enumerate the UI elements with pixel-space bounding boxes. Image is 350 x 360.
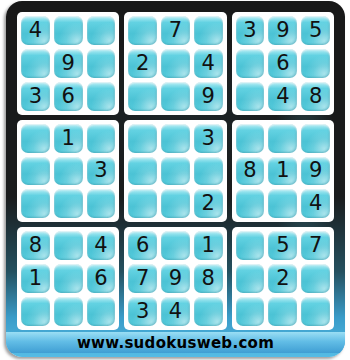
box-r2c1: 6179834 (124, 227, 226, 330)
cell-r6c8[interactable] (268, 189, 297, 218)
cell-r7c3[interactable]: 4 (87, 231, 116, 260)
cell-r4c2[interactable]: 1 (54, 124, 83, 153)
cell-r2c2[interactable]: 9 (54, 49, 83, 78)
site-url-label: www.sudokusweb.com (77, 334, 274, 352)
cell-r8c5[interactable]: 9 (161, 264, 190, 293)
cell-r4c8[interactable] (268, 124, 297, 153)
cell-r4c4[interactable] (128, 124, 157, 153)
cell-r8c1[interactable]: 1 (21, 264, 50, 293)
box-r0c0: 4936 (17, 12, 119, 115)
cell-r8c4[interactable]: 7 (128, 264, 157, 293)
cell-r8c9[interactable] (301, 264, 330, 293)
box-r0c1: 7249 (124, 12, 226, 115)
cell-r7c2[interactable] (54, 231, 83, 260)
cell-r8c3[interactable]: 6 (87, 264, 116, 293)
footer-band: www.sudokusweb.com (6, 332, 345, 353)
cell-r8c7[interactable] (236, 264, 265, 293)
cell-r3c9[interactable]: 8 (301, 82, 330, 111)
cell-r1c5[interactable]: 7 (161, 16, 190, 45)
cell-r6c2[interactable] (54, 189, 83, 218)
cell-r9c1[interactable] (21, 297, 50, 326)
cell-r5c9[interactable]: 9 (301, 157, 330, 186)
cell-r1c2[interactable] (54, 16, 83, 45)
cell-r5c1[interactable] (21, 157, 50, 186)
cell-r3c7[interactable] (236, 82, 265, 111)
cell-r6c6[interactable]: 2 (194, 189, 223, 218)
cell-r5c7[interactable]: 8 (236, 157, 265, 186)
cell-r1c1[interactable]: 4 (21, 16, 50, 45)
cell-r3c2[interactable]: 6 (54, 82, 83, 111)
cell-r9c5[interactable]: 4 (161, 297, 190, 326)
cell-r7c5[interactable] (161, 231, 190, 260)
cell-r2c3[interactable] (87, 49, 116, 78)
cell-r2c4[interactable]: 2 (128, 49, 157, 78)
cell-r6c5[interactable] (161, 189, 190, 218)
cell-r9c9[interactable] (301, 297, 330, 326)
cell-r8c2[interactable] (54, 264, 83, 293)
cell-r6c1[interactable] (21, 189, 50, 218)
cell-r3c4[interactable] (128, 82, 157, 111)
box-r1c0: 13 (17, 120, 119, 223)
cell-r7c1[interactable]: 8 (21, 231, 50, 260)
cell-r3c6[interactable]: 9 (194, 82, 223, 111)
cell-r4c5[interactable] (161, 124, 190, 153)
cell-r8c6[interactable]: 8 (194, 264, 223, 293)
cell-r1c3[interactable] (87, 16, 116, 45)
box-r1c2: 8194 (232, 120, 334, 223)
cell-r5c3[interactable]: 3 (87, 157, 116, 186)
cell-r4c6[interactable]: 3 (194, 124, 223, 153)
cell-r2c6[interactable]: 4 (194, 49, 223, 78)
sudoku-page: 493672493956481332819484166179834572 www… (0, 0, 350, 360)
sudoku-grid: 493672493956481332819484166179834572 (17, 12, 334, 330)
cell-r3c3[interactable] (87, 82, 116, 111)
box-r2c2: 572 (232, 227, 334, 330)
board-frame: 493672493956481332819484166179834572 www… (6, 1, 345, 357)
cell-r3c8[interactable]: 4 (268, 82, 297, 111)
cell-r9c7[interactable] (236, 297, 265, 326)
cell-r2c9[interactable] (301, 49, 330, 78)
cell-r1c4[interactable] (128, 16, 157, 45)
cell-r8c8[interactable]: 2 (268, 264, 297, 293)
cell-r2c5[interactable] (161, 49, 190, 78)
box-r1c1: 32 (124, 120, 226, 223)
cell-r9c2[interactable] (54, 297, 83, 326)
cell-r4c1[interactable] (21, 124, 50, 153)
cell-r7c9[interactable]: 7 (301, 231, 330, 260)
cell-r6c4[interactable] (128, 189, 157, 218)
cell-r1c9[interactable]: 5 (301, 16, 330, 45)
cell-r2c7[interactable] (236, 49, 265, 78)
cell-r6c9[interactable]: 4 (301, 189, 330, 218)
cell-r5c4[interactable] (128, 157, 157, 186)
cell-r3c5[interactable] (161, 82, 190, 111)
cell-r9c6[interactable] (194, 297, 223, 326)
cell-r5c6[interactable] (194, 157, 223, 186)
cell-r7c4[interactable]: 6 (128, 231, 157, 260)
cell-r7c8[interactable]: 5 (268, 231, 297, 260)
box-r2c0: 8416 (17, 227, 119, 330)
cell-r9c4[interactable]: 3 (128, 297, 157, 326)
cell-r6c3[interactable] (87, 189, 116, 218)
cell-r9c3[interactable] (87, 297, 116, 326)
cell-r6c7[interactable] (236, 189, 265, 218)
cell-r1c7[interactable]: 3 (236, 16, 265, 45)
cell-r1c8[interactable]: 9 (268, 16, 297, 45)
cell-r2c1[interactable] (21, 49, 50, 78)
cell-r5c2[interactable] (54, 157, 83, 186)
cell-r2c8[interactable]: 6 (268, 49, 297, 78)
cell-r7c6[interactable]: 1 (194, 231, 223, 260)
cell-r5c5[interactable] (161, 157, 190, 186)
cell-r3c1[interactable]: 3 (21, 82, 50, 111)
cell-r7c7[interactable] (236, 231, 265, 260)
cell-r4c3[interactable] (87, 124, 116, 153)
cell-r5c8[interactable]: 1 (268, 157, 297, 186)
cell-r4c9[interactable] (301, 124, 330, 153)
cell-r9c8[interactable] (268, 297, 297, 326)
box-r0c2: 395648 (232, 12, 334, 115)
cell-r1c6[interactable] (194, 16, 223, 45)
cell-r4c7[interactable] (236, 124, 265, 153)
